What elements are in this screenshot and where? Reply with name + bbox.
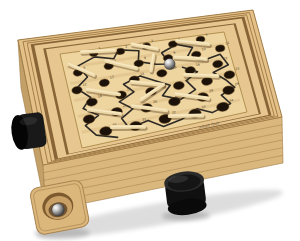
hole-number: 16	[196, 62, 201, 67]
hole-number: 13	[110, 75, 115, 80]
hole-number: 31	[142, 117, 147, 122]
hole-number: 34	[229, 98, 234, 103]
hole-number: 28	[209, 88, 214, 93]
hole-number: 14	[140, 72, 145, 77]
hole-number: 23	[235, 67, 240, 72]
maze-wall-highlight	[169, 115, 202, 116]
ball-tray	[29, 179, 90, 235]
left-tilt-knob[interactable]	[9, 112, 47, 151]
hole-number: 17	[223, 56, 228, 61]
product-photo-labyrinth-game: 1234567891011121314151617181920212223242…	[0, 0, 300, 241]
hole-number: 12	[82, 82, 87, 87]
labyrinth-game-svg: 1234567891011121314151617181920212223242…	[0, 0, 300, 241]
hole-number: 29	[235, 82, 240, 87]
front-tilt-knob[interactable]	[163, 169, 208, 217]
hole-number: 33	[201, 105, 206, 110]
steel-ball	[164, 58, 175, 69]
hole-number: 25	[123, 103, 128, 108]
hole-number: 26	[153, 99, 158, 104]
hole-number: 32	[171, 110, 176, 115]
hole-number: 19	[127, 87, 132, 92]
hole-number: 11	[225, 41, 230, 46]
hole-number: 10	[201, 47, 206, 52]
